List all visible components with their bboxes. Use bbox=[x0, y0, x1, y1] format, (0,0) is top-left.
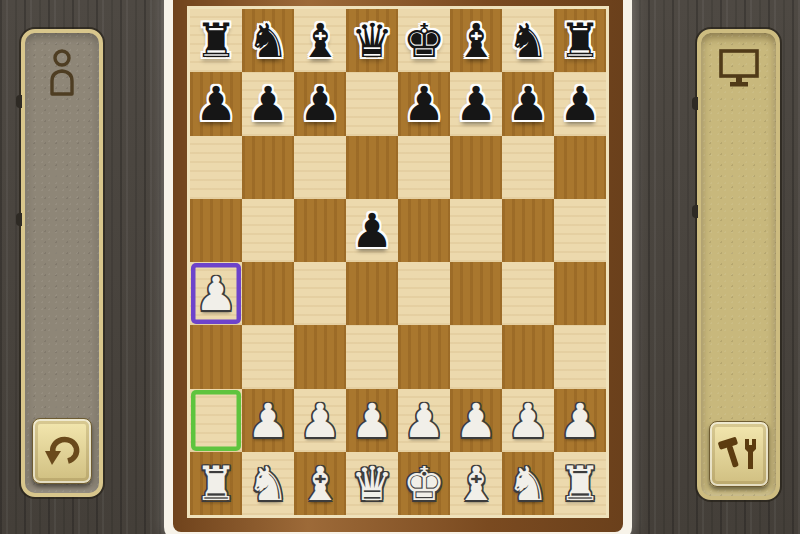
piece-black-pawn[interactable]: ♟ bbox=[247, 80, 289, 127]
piece-black-rook[interactable]: ♜ bbox=[195, 17, 237, 64]
square-g5[interactable] bbox=[502, 199, 554, 262]
piece-white-knight[interactable]: ♞ bbox=[247, 460, 289, 507]
board-glow: ♜♞♝♛♚♝♞♜♟♟♟♟♟♟♟♟♟♟♟♟♟♟♟♟♜♞♝♛♚♝♞♜ bbox=[164, 0, 632, 534]
square-f7[interactable]: ♟ bbox=[450, 72, 502, 135]
panel-notch bbox=[692, 205, 698, 218]
piece-black-king[interactable]: ♚ bbox=[403, 17, 445, 64]
square-a8[interactable]: ♜ bbox=[190, 9, 242, 72]
piece-black-pawn[interactable]: ♟ bbox=[351, 207, 393, 254]
square-h6[interactable] bbox=[554, 136, 606, 199]
square-c2[interactable]: ♟ bbox=[294, 389, 346, 452]
square-a5[interactable] bbox=[190, 199, 242, 262]
square-d5[interactable]: ♟ bbox=[346, 199, 398, 262]
square-g7[interactable]: ♟ bbox=[502, 72, 554, 135]
piece-black-bishop[interactable]: ♝ bbox=[299, 17, 341, 64]
board: ♜♞♝♛♚♝♞♜♟♟♟♟♟♟♟♟♟♟♟♟♟♟♟♟♜♞♝♛♚♝♞♜ bbox=[190, 9, 606, 515]
square-h1[interactable]: ♜ bbox=[554, 452, 606, 515]
square-h7[interactable]: ♟ bbox=[554, 72, 606, 135]
piece-white-pawn[interactable]: ♟ bbox=[351, 397, 393, 444]
undo-icon bbox=[43, 432, 81, 470]
square-d7[interactable] bbox=[346, 72, 398, 135]
piece-white-pawn[interactable]: ♟ bbox=[195, 270, 237, 317]
square-h8[interactable]: ♜ bbox=[554, 9, 606, 72]
square-h5[interactable] bbox=[554, 199, 606, 262]
square-f8[interactable]: ♝ bbox=[450, 9, 502, 72]
square-d6[interactable] bbox=[346, 136, 398, 199]
square-e7[interactable]: ♟ bbox=[398, 72, 450, 135]
square-f2[interactable]: ♟ bbox=[450, 389, 502, 452]
square-c7[interactable]: ♟ bbox=[294, 72, 346, 135]
square-b6[interactable] bbox=[242, 136, 294, 199]
piece-black-pawn[interactable]: ♟ bbox=[559, 80, 601, 127]
left-player-panel-human bbox=[21, 29, 103, 497]
square-g3[interactable] bbox=[502, 325, 554, 388]
piece-black-pawn[interactable]: ♟ bbox=[403, 80, 445, 127]
square-g6[interactable] bbox=[502, 136, 554, 199]
piece-black-pawn[interactable]: ♟ bbox=[455, 80, 497, 127]
square-a7[interactable]: ♟ bbox=[190, 72, 242, 135]
piece-white-king[interactable]: ♚ bbox=[403, 460, 445, 507]
tools-icon bbox=[718, 435, 760, 473]
piece-black-bishop[interactable]: ♝ bbox=[455, 17, 497, 64]
square-f3[interactable] bbox=[450, 325, 502, 388]
square-a6[interactable] bbox=[190, 136, 242, 199]
highlight-move-from bbox=[191, 390, 241, 451]
piece-black-queen[interactable]: ♛ bbox=[351, 17, 393, 64]
panel-notch bbox=[16, 213, 22, 226]
piece-black-rook[interactable]: ♜ bbox=[559, 17, 601, 64]
square-e8[interactable]: ♚ bbox=[398, 9, 450, 72]
piece-white-bishop[interactable]: ♝ bbox=[299, 460, 341, 507]
square-d8[interactable]: ♛ bbox=[346, 9, 398, 72]
square-d2[interactable]: ♟ bbox=[346, 389, 398, 452]
piece-black-pawn[interactable]: ♟ bbox=[507, 80, 549, 127]
square-h2[interactable]: ♟ bbox=[554, 389, 606, 452]
square-c3[interactable] bbox=[294, 325, 346, 388]
square-f1[interactable]: ♝ bbox=[450, 452, 502, 515]
square-e3[interactable] bbox=[398, 325, 450, 388]
square-f6[interactable] bbox=[450, 136, 502, 199]
piece-black-knight[interactable]: ♞ bbox=[247, 17, 289, 64]
piece-white-knight[interactable]: ♞ bbox=[507, 460, 549, 507]
square-c1[interactable]: ♝ bbox=[294, 452, 346, 515]
piece-white-pawn[interactable]: ♟ bbox=[247, 397, 289, 444]
square-a1[interactable]: ♜ bbox=[190, 452, 242, 515]
person-icon bbox=[49, 48, 75, 102]
square-b5[interactable] bbox=[242, 199, 294, 262]
tools-button[interactable] bbox=[709, 421, 769, 487]
square-b7[interactable]: ♟ bbox=[242, 72, 294, 135]
square-d4[interactable] bbox=[346, 262, 398, 325]
square-b1[interactable]: ♞ bbox=[242, 452, 294, 515]
app-background: { "game": "chess", "orientation": "white… bbox=[0, 0, 800, 534]
piece-white-rook[interactable]: ♜ bbox=[559, 460, 601, 507]
square-g8[interactable]: ♞ bbox=[502, 9, 554, 72]
piece-black-knight[interactable]: ♞ bbox=[507, 17, 549, 64]
panel-notch bbox=[692, 97, 698, 110]
piece-white-rook[interactable]: ♜ bbox=[195, 460, 237, 507]
square-b3[interactable] bbox=[242, 325, 294, 388]
undo-button[interactable] bbox=[32, 418, 92, 484]
piece-white-pawn[interactable]: ♟ bbox=[507, 397, 549, 444]
board-frame: ♜♞♝♛♚♝♞♜♟♟♟♟♟♟♟♟♟♟♟♟♟♟♟♟♜♞♝♛♚♝♞♜ bbox=[173, 0, 623, 532]
board-inner-line: ♜♞♝♛♚♝♞♜♟♟♟♟♟♟♟♟♟♟♟♟♟♟♟♟♜♞♝♛♚♝♞♜ bbox=[187, 6, 609, 518]
square-c5[interactable] bbox=[294, 199, 346, 262]
monitor-icon bbox=[718, 48, 760, 92]
square-a4[interactable]: ♟ bbox=[190, 262, 242, 325]
square-f4[interactable] bbox=[450, 262, 502, 325]
square-e1[interactable]: ♚ bbox=[398, 452, 450, 515]
piece-white-bishop[interactable]: ♝ bbox=[455, 460, 497, 507]
square-c8[interactable]: ♝ bbox=[294, 9, 346, 72]
square-b2[interactable]: ♟ bbox=[242, 389, 294, 452]
piece-white-queen[interactable]: ♛ bbox=[351, 460, 393, 507]
square-g4[interactable] bbox=[502, 262, 554, 325]
square-h3[interactable] bbox=[554, 325, 606, 388]
piece-white-pawn[interactable]: ♟ bbox=[455, 397, 497, 444]
square-b4[interactable] bbox=[242, 262, 294, 325]
square-d3[interactable] bbox=[346, 325, 398, 388]
square-h4[interactable] bbox=[554, 262, 606, 325]
square-e4[interactable] bbox=[398, 262, 450, 325]
piece-white-pawn[interactable]: ♟ bbox=[403, 397, 445, 444]
piece-white-pawn[interactable]: ♟ bbox=[299, 397, 341, 444]
right-player-panel-computer bbox=[697, 29, 780, 500]
panel-notch bbox=[16, 95, 22, 108]
piece-black-pawn[interactable]: ♟ bbox=[195, 80, 237, 127]
square-b8[interactable]: ♞ bbox=[242, 9, 294, 72]
square-a2[interactable] bbox=[190, 389, 242, 452]
piece-white-pawn[interactable]: ♟ bbox=[559, 397, 601, 444]
square-c4[interactable] bbox=[294, 262, 346, 325]
square-e6[interactable] bbox=[398, 136, 450, 199]
square-e2[interactable]: ♟ bbox=[398, 389, 450, 452]
square-a3[interactable] bbox=[190, 325, 242, 388]
piece-black-pawn[interactable]: ♟ bbox=[299, 80, 341, 127]
square-g2[interactable]: ♟ bbox=[502, 389, 554, 452]
square-e5[interactable] bbox=[398, 199, 450, 262]
square-g1[interactable]: ♞ bbox=[502, 452, 554, 515]
square-c6[interactable] bbox=[294, 136, 346, 199]
square-f5[interactable] bbox=[450, 199, 502, 262]
square-d1[interactable]: ♛ bbox=[346, 452, 398, 515]
